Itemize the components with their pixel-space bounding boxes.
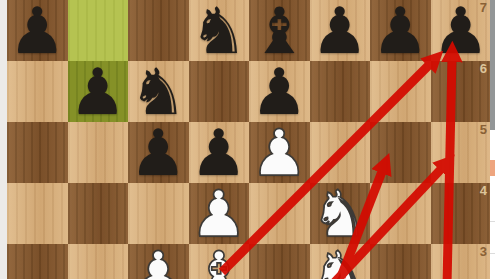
square-g5[interactable]	[370, 122, 431, 183]
square-h7[interactable]: ♟7	[431, 0, 492, 61]
square-a6[interactable]	[7, 61, 68, 122]
piece-white-bishop-d3[interactable]: ♝	[189, 244, 250, 279]
piece-black-knight-c6[interactable]: ♞	[128, 61, 189, 122]
piece-white-pawn-c3[interactable]: ♟	[128, 244, 189, 279]
square-b6[interactable]: ♟	[68, 61, 129, 122]
square-c6[interactable]: ♞	[128, 61, 189, 122]
square-c3[interactable]: ♟	[128, 244, 189, 279]
chess-board: ♟♞♝♟♟♟7♟♞♟6♟♟♟5♟♞4♟♝♞3	[7, 0, 491, 279]
square-f7[interactable]: ♟	[310, 0, 371, 61]
square-c4[interactable]	[128, 183, 189, 244]
square-g4[interactable]	[370, 183, 431, 244]
square-f3[interactable]: ♞	[310, 244, 371, 279]
side-panel-row-divider-1	[490, 221, 495, 222]
piece-black-pawn-f7[interactable]: ♟	[310, 0, 371, 61]
square-g6[interactable]	[370, 61, 431, 122]
square-b5[interactable]	[68, 122, 129, 183]
square-g3[interactable]	[370, 244, 431, 279]
piece-black-pawn-e6[interactable]: ♟	[249, 61, 310, 122]
square-h3[interactable]: 3	[431, 244, 492, 279]
square-d3[interactable]: ♝	[189, 244, 250, 279]
square-d4[interactable]: ♟	[189, 183, 250, 244]
square-a5[interactable]	[7, 122, 68, 183]
side-panel-sliver	[490, 0, 495, 279]
square-g7[interactable]: ♟	[370, 0, 431, 61]
piece-white-knight-f4[interactable]: ♞	[310, 183, 371, 244]
square-e7[interactable]: ♝	[249, 0, 310, 61]
square-h5[interactable]: 5	[431, 122, 492, 183]
square-a7[interactable]: ♟	[7, 0, 68, 61]
square-e6[interactable]: ♟	[249, 61, 310, 122]
piece-black-pawn-b6[interactable]: ♟	[68, 61, 129, 122]
piece-black-pawn-g7[interactable]: ♟	[370, 0, 431, 61]
analysis-board-viewport: ♟♞♝♟♟♟7♟♞♟6♟♟♟5♟♞4♟♝♞3	[0, 0, 495, 279]
piece-black-pawn-a7[interactable]: ♟	[7, 0, 68, 61]
rank-label-7: 7	[480, 1, 487, 14]
rank-label-6: 6	[480, 62, 487, 75]
square-d6[interactable]	[189, 61, 250, 122]
page-background-strip	[0, 0, 7, 279]
square-b7[interactable]	[68, 0, 129, 61]
square-b3[interactable]	[68, 244, 129, 279]
piece-black-knight-d7[interactable]: ♞	[189, 0, 250, 61]
rank-label-4: 4	[480, 184, 487, 197]
piece-white-knight-f3[interactable]: ♞	[310, 244, 371, 279]
side-panel-gray-area	[490, 0, 495, 130]
square-d7[interactable]: ♞	[189, 0, 250, 61]
side-panel-white-area	[490, 130, 495, 279]
piece-black-bishop-e7[interactable]: ♝	[249, 0, 310, 61]
square-b4[interactable]	[68, 183, 129, 244]
square-a4[interactable]	[7, 183, 68, 244]
square-c5[interactable]: ♟	[128, 122, 189, 183]
piece-black-pawn-d5[interactable]: ♟	[189, 122, 250, 183]
rank-label-5: 5	[480, 123, 487, 136]
piece-black-pawn-c5[interactable]: ♟	[128, 122, 189, 183]
square-f4[interactable]: ♞	[310, 183, 371, 244]
square-d5[interactable]: ♟	[189, 122, 250, 183]
piece-white-pawn-d4[interactable]: ♟	[189, 183, 250, 244]
piece-white-pawn-e5[interactable]: ♟	[249, 122, 310, 183]
rank-label-3: 3	[480, 245, 487, 258]
square-c7[interactable]	[128, 0, 189, 61]
square-a3[interactable]	[7, 244, 68, 279]
square-h4[interactable]: 4	[431, 183, 492, 244]
side-panel-highlighted-row-sliver[interactable]	[490, 160, 495, 176]
square-h6[interactable]: 6	[431, 61, 492, 122]
square-e4[interactable]	[249, 183, 310, 244]
side-panel-row-divider-2	[490, 253, 495, 254]
square-e5[interactable]: ♟	[249, 122, 310, 183]
square-f5[interactable]	[310, 122, 371, 183]
square-f6[interactable]	[310, 61, 371, 122]
square-e3[interactable]	[249, 244, 310, 279]
